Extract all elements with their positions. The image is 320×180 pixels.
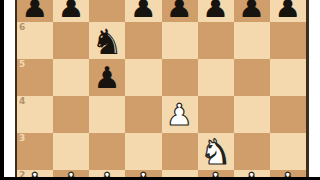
square-g5[interactable]	[234, 59, 270, 96]
square-b5[interactable]	[53, 59, 89, 96]
black-knight-c6[interactable]: ♞	[92, 25, 123, 60]
square-d3[interactable]	[125, 133, 161, 170]
square-e7[interactable]: ♟	[162, 0, 198, 22]
square-h6[interactable]	[270, 22, 306, 59]
black-pawn-h7[interactable]: ♟	[274, 0, 301, 22]
square-f5[interactable]	[198, 59, 234, 96]
white-pawn-e4[interactable]: ♟	[166, 100, 193, 130]
chess-board[interactable]: ♟♟♟♟♟♟♟6♞5♟4♟3♞2♟♟♟♟♟♟♟	[15, 0, 309, 180]
square-c6[interactable]: ♞	[89, 22, 125, 59]
black-pawn-e7[interactable]: ♟	[166, 0, 193, 22]
chess-video-frame: ♟♟♟♟♟♟♟6♞5♟4♟3♞2♟♟♟♟♟♟♟	[0, 0, 320, 180]
square-d6[interactable]	[125, 22, 161, 59]
rank-label-6: 6	[19, 23, 25, 32]
letterbox-left-bar	[0, 0, 4, 180]
square-h5[interactable]	[270, 59, 306, 96]
letterbox-bottom-bar	[0, 177, 320, 180]
square-f4[interactable]	[198, 96, 234, 133]
square-g3[interactable]	[234, 133, 270, 170]
square-b6[interactable]	[53, 22, 89, 59]
square-c3[interactable]	[89, 133, 125, 170]
black-pawn-g7[interactable]: ♟	[238, 0, 265, 22]
square-g4[interactable]	[234, 96, 270, 133]
black-pawn-c5[interactable]: ♟	[94, 63, 121, 93]
rank-label-3: 3	[19, 134, 25, 143]
square-e3[interactable]	[162, 133, 198, 170]
square-f6[interactable]	[198, 22, 234, 59]
square-g6[interactable]	[234, 22, 270, 59]
square-f3[interactable]: ♞	[198, 133, 234, 170]
square-d5[interactable]	[125, 59, 161, 96]
square-c4[interactable]	[89, 96, 125, 133]
square-h3[interactable]	[270, 133, 306, 170]
square-b7[interactable]: ♟	[53, 0, 89, 22]
square-d7[interactable]: ♟	[125, 0, 161, 22]
square-b3[interactable]	[53, 133, 89, 170]
square-a3[interactable]: 3	[17, 133, 53, 170]
black-pawn-a7[interactable]: ♟	[22, 0, 49, 22]
rank-label-4: 4	[19, 97, 25, 106]
black-pawn-b7[interactable]: ♟	[58, 0, 85, 22]
square-a7[interactable]: ♟	[17, 0, 53, 22]
square-g7[interactable]: ♟	[234, 0, 270, 22]
rank-label-5: 5	[19, 60, 25, 69]
black-pawn-f7[interactable]: ♟	[202, 0, 229, 22]
square-h7[interactable]: ♟	[270, 0, 306, 22]
square-b4[interactable]	[53, 96, 89, 133]
square-c7[interactable]	[89, 0, 125, 22]
square-a5[interactable]: 5	[17, 59, 53, 96]
square-e5[interactable]	[162, 59, 198, 96]
square-a4[interactable]: 4	[17, 96, 53, 133]
black-pawn-d7[interactable]: ♟	[130, 0, 157, 22]
square-c5[interactable]: ♟	[89, 59, 125, 96]
square-d4[interactable]	[125, 96, 161, 133]
square-e6[interactable]	[162, 22, 198, 59]
square-h4[interactable]	[270, 96, 306, 133]
square-f7[interactable]: ♟	[198, 0, 234, 22]
square-a6[interactable]: 6	[17, 22, 53, 59]
square-e4[interactable]: ♟	[162, 96, 198, 133]
